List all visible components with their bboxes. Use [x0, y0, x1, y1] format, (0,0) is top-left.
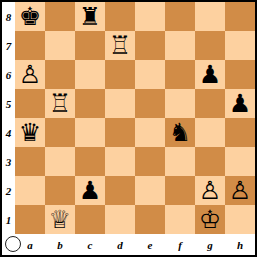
- square-c4[interactable]: [75, 118, 105, 147]
- square-h2[interactable]: ♙: [225, 176, 255, 205]
- square-b3[interactable]: [45, 147, 75, 176]
- square-c7[interactable]: [75, 31, 105, 60]
- white-rook[interactable]: ♖: [45, 89, 75, 118]
- square-c3[interactable]: [75, 147, 105, 176]
- chess-board[interactable]: ♚♜♖♙♟♖♟♛♞♟♙♙♕♔: [15, 2, 255, 234]
- square-g4[interactable]: [195, 118, 225, 147]
- square-e7[interactable]: [135, 31, 165, 60]
- square-e3[interactable]: [135, 147, 165, 176]
- file-label-d: d: [105, 234, 135, 255]
- square-f3[interactable]: [165, 147, 195, 176]
- square-e4[interactable]: [135, 118, 165, 147]
- white-queen[interactable]: ♕: [45, 205, 75, 234]
- square-e5[interactable]: [135, 89, 165, 118]
- square-e1[interactable]: [135, 205, 165, 234]
- square-a8[interactable]: ♚: [15, 2, 45, 31]
- square-a2[interactable]: [15, 176, 45, 205]
- square-c6[interactable]: [75, 60, 105, 89]
- file-label-e: e: [135, 234, 165, 255]
- rank-label-8: 8: [2, 2, 15, 31]
- square-h8[interactable]: [225, 2, 255, 31]
- square-g2[interactable]: ♙: [195, 176, 225, 205]
- square-g6[interactable]: ♟: [195, 60, 225, 89]
- square-d4[interactable]: [105, 118, 135, 147]
- bottom-label-strip: abcdefgh: [2, 234, 255, 255]
- square-f8[interactable]: [165, 2, 195, 31]
- rank-label-7: 7: [2, 31, 15, 60]
- rank-label-6: 6: [2, 60, 15, 89]
- black-queen[interactable]: ♛: [15, 118, 45, 147]
- square-h1[interactable]: [225, 205, 255, 234]
- square-d7[interactable]: ♖: [105, 31, 135, 60]
- file-label-c: c: [75, 234, 105, 255]
- square-e6[interactable]: [135, 60, 165, 89]
- rank-label-2: 2: [2, 176, 15, 205]
- square-b7[interactable]: [45, 31, 75, 60]
- square-b6[interactable]: [45, 60, 75, 89]
- square-d3[interactable]: [105, 147, 135, 176]
- rank-label-4: 4: [2, 118, 15, 147]
- rank-label-5: 5: [2, 89, 15, 118]
- square-f2[interactable]: [165, 176, 195, 205]
- black-pawn[interactable]: ♟: [195, 60, 225, 89]
- file-label-h: h: [225, 234, 255, 255]
- rank-labels: 87654321: [2, 2, 15, 234]
- white-rook[interactable]: ♖: [105, 31, 135, 60]
- file-label-f: f: [165, 234, 195, 255]
- white-king[interactable]: ♔: [195, 205, 225, 234]
- square-g3[interactable]: [195, 147, 225, 176]
- white-pawn[interactable]: ♙: [195, 176, 225, 205]
- square-g8[interactable]: [195, 2, 225, 31]
- file-label-b: b: [45, 234, 75, 255]
- square-f4[interactable]: ♞: [165, 118, 195, 147]
- square-a6[interactable]: ♙: [15, 60, 45, 89]
- square-a7[interactable]: [15, 31, 45, 60]
- square-h5[interactable]: ♟: [225, 89, 255, 118]
- square-e2[interactable]: [135, 176, 165, 205]
- file-labels: abcdefgh: [15, 234, 255, 255]
- square-c8[interactable]: ♜: [75, 2, 105, 31]
- square-d2[interactable]: [105, 176, 135, 205]
- black-pawn[interactable]: ♟: [225, 89, 255, 118]
- square-e8[interactable]: [135, 2, 165, 31]
- square-b2[interactable]: [45, 176, 75, 205]
- square-g1[interactable]: ♔: [195, 205, 225, 234]
- square-c2[interactable]: ♟: [75, 176, 105, 205]
- square-f1[interactable]: [165, 205, 195, 234]
- square-h7[interactable]: [225, 31, 255, 60]
- square-g7[interactable]: [195, 31, 225, 60]
- square-a5[interactable]: [15, 89, 45, 118]
- square-d8[interactable]: [105, 2, 135, 31]
- rank-label-3: 3: [2, 147, 15, 176]
- square-f5[interactable]: [165, 89, 195, 118]
- rank-label-1: 1: [2, 205, 15, 234]
- chess-diagram: 87654321 ♚♜♖♙♟♖♟♛♞♟♙♙♕♔ abcdefgh: [0, 0, 257, 257]
- black-pawn[interactable]: ♟: [75, 176, 105, 205]
- square-c1[interactable]: [75, 205, 105, 234]
- black-rook[interactable]: ♜: [75, 2, 105, 31]
- square-a1[interactable]: [15, 205, 45, 234]
- square-a3[interactable]: [15, 147, 45, 176]
- square-b5[interactable]: ♖: [45, 89, 75, 118]
- square-d6[interactable]: [105, 60, 135, 89]
- square-f6[interactable]: [165, 60, 195, 89]
- square-h4[interactable]: [225, 118, 255, 147]
- black-king[interactable]: ♚: [15, 2, 45, 31]
- square-d5[interactable]: [105, 89, 135, 118]
- file-label-g: g: [195, 234, 225, 255]
- square-g5[interactable]: [195, 89, 225, 118]
- black-knight[interactable]: ♞: [165, 118, 195, 147]
- square-b1[interactable]: ♕: [45, 205, 75, 234]
- square-d1[interactable]: [105, 205, 135, 234]
- square-a4[interactable]: ♛: [15, 118, 45, 147]
- square-h6[interactable]: [225, 60, 255, 89]
- white-pawn[interactable]: ♙: [225, 176, 255, 205]
- square-b8[interactable]: [45, 2, 75, 31]
- square-f7[interactable]: [165, 31, 195, 60]
- square-h3[interactable]: [225, 147, 255, 176]
- square-c5[interactable]: [75, 89, 105, 118]
- square-b4[interactable]: [45, 118, 75, 147]
- file-label-a: a: [15, 234, 45, 255]
- white-pawn[interactable]: ♙: [15, 60, 45, 89]
